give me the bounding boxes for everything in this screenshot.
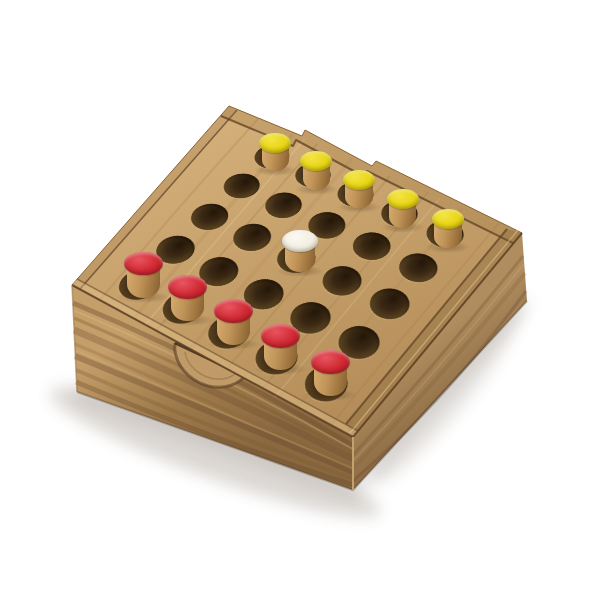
peg-cap xyxy=(311,350,350,374)
peg-cap xyxy=(124,252,163,276)
peg-cap xyxy=(261,324,300,348)
peg-cap xyxy=(387,189,419,209)
peg-cap xyxy=(259,133,291,153)
peg-yellow[interactable] xyxy=(432,209,464,248)
peg-cap xyxy=(282,230,317,252)
peg-cap xyxy=(168,275,207,299)
peg-yellow[interactable] xyxy=(343,170,375,209)
peg-red[interactable] xyxy=(124,252,163,299)
pegs-layer xyxy=(0,0,600,600)
peg-red[interactable] xyxy=(214,299,253,346)
peg-yellow[interactable] xyxy=(387,189,419,228)
peg-neutron-white[interactable] xyxy=(282,230,317,273)
product-photo-stage xyxy=(0,0,600,600)
peg-cap xyxy=(214,299,253,323)
peg-cap xyxy=(300,151,332,171)
peg-red[interactable] xyxy=(311,350,350,397)
peg-red[interactable] xyxy=(168,275,207,322)
peg-yellow[interactable] xyxy=(300,151,332,190)
peg-cap xyxy=(343,170,375,190)
peg-red[interactable] xyxy=(261,324,300,371)
peg-yellow[interactable] xyxy=(259,133,291,172)
